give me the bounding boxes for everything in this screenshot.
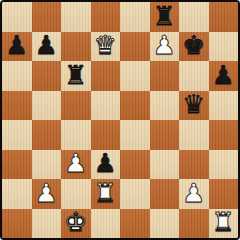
square-b1[interactable] [32, 209, 62, 239]
piece-white-pawn: ♟ [153, 32, 176, 58]
piece-white-king: ♚ [64, 209, 87, 235]
square-h8[interactable] [209, 2, 239, 32]
square-e2[interactable] [120, 179, 150, 209]
square-h7[interactable] [209, 32, 239, 62]
square-a8[interactable] [2, 2, 32, 32]
square-c5[interactable] [61, 91, 91, 121]
square-d7[interactable]: ♛ [91, 32, 121, 62]
piece-white-rook: ♜ [94, 180, 117, 206]
piece-black-pawn: ♟ [5, 32, 28, 58]
square-f7[interactable]: ♟ [150, 32, 180, 62]
square-a3[interactable] [2, 150, 32, 180]
square-c3[interactable]: ♟ [61, 150, 91, 180]
square-b2[interactable]: ♟ [32, 179, 62, 209]
square-e6[interactable] [120, 61, 150, 91]
piece-white-pawn: ♟ [182, 180, 205, 206]
square-c7[interactable] [61, 32, 91, 62]
square-g1[interactable] [179, 209, 209, 239]
square-c2[interactable] [61, 179, 91, 209]
square-f1[interactable] [150, 209, 180, 239]
square-e3[interactable] [120, 150, 150, 180]
piece-white-pawn: ♟ [64, 150, 87, 176]
square-a2[interactable] [2, 179, 32, 209]
piece-white-rook: ♜ [212, 209, 235, 235]
square-e5[interactable] [120, 91, 150, 121]
square-a6[interactable] [2, 61, 32, 91]
square-h5[interactable] [209, 91, 239, 121]
piece-black-pawn: ♟ [35, 32, 58, 58]
square-a7[interactable]: ♟ [2, 32, 32, 62]
square-g7[interactable]: ♚ [179, 32, 209, 62]
square-e7[interactable] [120, 32, 150, 62]
square-f8[interactable]: ♜ [150, 2, 180, 32]
square-h1[interactable]: ♜ [209, 209, 239, 239]
square-g4[interactable] [179, 120, 209, 150]
square-a1[interactable] [2, 209, 32, 239]
square-h3[interactable] [209, 150, 239, 180]
square-e4[interactable] [120, 120, 150, 150]
piece-black-king: ♚ [182, 32, 205, 58]
square-g8[interactable] [179, 2, 209, 32]
square-d8[interactable] [91, 2, 121, 32]
square-g2[interactable]: ♟ [179, 179, 209, 209]
square-c6[interactable]: ♜ [61, 61, 91, 91]
square-g5[interactable]: ♛ [179, 91, 209, 121]
square-d4[interactable] [91, 120, 121, 150]
piece-white-pawn: ♟ [35, 180, 58, 206]
square-f3[interactable] [150, 150, 180, 180]
piece-black-pawn: ♟ [212, 62, 235, 88]
square-f2[interactable] [150, 179, 180, 209]
square-d3[interactable]: ♟ [91, 150, 121, 180]
square-c8[interactable] [61, 2, 91, 32]
square-b8[interactable] [32, 2, 62, 32]
square-f5[interactable] [150, 91, 180, 121]
square-e8[interactable] [120, 2, 150, 32]
piece-black-pawn: ♟ [94, 150, 117, 176]
square-b7[interactable]: ♟ [32, 32, 62, 62]
square-d5[interactable] [91, 91, 121, 121]
square-h2[interactable] [209, 179, 239, 209]
square-d1[interactable] [91, 209, 121, 239]
square-h4[interactable] [209, 120, 239, 150]
square-c1[interactable]: ♚ [61, 209, 91, 239]
square-c4[interactable] [61, 120, 91, 150]
square-d6[interactable] [91, 61, 121, 91]
piece-white-queen: ♛ [94, 32, 117, 58]
square-b3[interactable] [32, 150, 62, 180]
piece-black-queen: ♛ [182, 91, 205, 117]
square-b4[interactable] [32, 120, 62, 150]
square-b5[interactable] [32, 91, 62, 121]
square-a5[interactable] [2, 91, 32, 121]
chess-board: ♜♟♟♛♟♚♜♟♛♟♟♟♜♟♚♜ [0, 0, 240, 240]
square-f4[interactable] [150, 120, 180, 150]
square-e1[interactable] [120, 209, 150, 239]
square-a4[interactable] [2, 120, 32, 150]
square-b6[interactable] [32, 61, 62, 91]
piece-black-rook: ♜ [153, 3, 176, 29]
piece-black-rook: ♜ [64, 62, 87, 88]
square-h6[interactable]: ♟ [209, 61, 239, 91]
square-g6[interactable] [179, 61, 209, 91]
square-f6[interactable] [150, 61, 180, 91]
square-g3[interactable] [179, 150, 209, 180]
square-d2[interactable]: ♜ [91, 179, 121, 209]
